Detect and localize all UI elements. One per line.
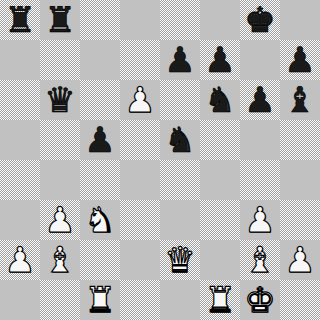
square-f4[interactable] [200, 160, 240, 200]
square-f7[interactable]: ♟ [200, 40, 240, 80]
white-bishop-b2[interactable]: ♝ [44, 240, 75, 280]
square-h8[interactable] [280, 0, 320, 40]
square-e7[interactable]: ♟ [160, 40, 200, 80]
square-c8[interactable] [80, 0, 120, 40]
chess-board: ♜♜♚♟♟♟♛♟♞♟♝♟♞♟♞♟♟♝♛♝♟♜♜♚ [0, 0, 320, 320]
square-g4[interactable] [240, 160, 280, 200]
square-e1[interactable] [160, 280, 200, 320]
square-e2[interactable]: ♛ [160, 240, 200, 280]
square-f8[interactable] [200, 0, 240, 40]
white-queen-e2[interactable]: ♛ [164, 240, 195, 280]
square-b2[interactable]: ♝ [40, 240, 80, 280]
square-f2[interactable] [200, 240, 240, 280]
white-pawn-g3[interactable]: ♟ [244, 200, 275, 240]
square-b1[interactable] [40, 280, 80, 320]
square-h4[interactable] [280, 160, 320, 200]
square-f3[interactable] [200, 200, 240, 240]
square-a4[interactable] [0, 160, 40, 200]
square-a1[interactable] [0, 280, 40, 320]
square-b5[interactable] [40, 120, 80, 160]
white-king-g1[interactable]: ♚ [244, 280, 275, 320]
square-b3[interactable]: ♟ [40, 200, 80, 240]
square-a5[interactable] [0, 120, 40, 160]
square-h1[interactable] [280, 280, 320, 320]
black-rook-b8[interactable]: ♜ [44, 0, 75, 40]
square-c6[interactable] [80, 80, 120, 120]
black-rook-a8[interactable]: ♜ [4, 0, 35, 40]
square-a7[interactable] [0, 40, 40, 80]
square-g2[interactable]: ♝ [240, 240, 280, 280]
square-g8[interactable]: ♚ [240, 0, 280, 40]
square-d6[interactable]: ♟ [120, 80, 160, 120]
black-pawn-e7[interactable]: ♟ [164, 40, 195, 80]
square-a2[interactable]: ♟ [0, 240, 40, 280]
square-d5[interactable] [120, 120, 160, 160]
square-c4[interactable] [80, 160, 120, 200]
black-pawn-h7[interactable]: ♟ [284, 40, 315, 80]
square-g6[interactable]: ♟ [240, 80, 280, 120]
black-knight-e5[interactable]: ♞ [164, 120, 195, 160]
square-g7[interactable] [240, 40, 280, 80]
square-d3[interactable] [120, 200, 160, 240]
square-f5[interactable] [200, 120, 240, 160]
square-c5[interactable]: ♟ [80, 120, 120, 160]
square-f6[interactable]: ♞ [200, 80, 240, 120]
square-e6[interactable] [160, 80, 200, 120]
square-b6[interactable]: ♛ [40, 80, 80, 120]
square-c2[interactable] [80, 240, 120, 280]
white-rook-f1[interactable]: ♜ [204, 280, 235, 320]
white-pawn-a2[interactable]: ♟ [4, 240, 35, 280]
square-a6[interactable] [0, 80, 40, 120]
square-c7[interactable] [80, 40, 120, 80]
square-a3[interactable] [0, 200, 40, 240]
square-f1[interactable]: ♜ [200, 280, 240, 320]
square-d1[interactable] [120, 280, 160, 320]
black-king-g8[interactable]: ♚ [244, 0, 275, 40]
white-knight-c3[interactable]: ♞ [84, 200, 115, 240]
black-pawn-g6[interactable]: ♟ [244, 80, 275, 120]
white-bishop-g2[interactable]: ♝ [244, 240, 275, 280]
square-e5[interactable]: ♞ [160, 120, 200, 160]
black-knight-f6[interactable]: ♞ [204, 80, 235, 120]
square-b7[interactable] [40, 40, 80, 80]
square-d8[interactable] [120, 0, 160, 40]
square-h3[interactable] [280, 200, 320, 240]
square-b8[interactable]: ♜ [40, 0, 80, 40]
black-pawn-c5[interactable]: ♟ [84, 120, 115, 160]
black-bishop-h6[interactable]: ♝ [284, 80, 315, 120]
square-g1[interactable]: ♚ [240, 280, 280, 320]
square-a8[interactable]: ♜ [0, 0, 40, 40]
square-d4[interactable] [120, 160, 160, 200]
square-e8[interactable] [160, 0, 200, 40]
white-pawn-h2[interactable]: ♟ [284, 240, 315, 280]
black-pawn-f7[interactable]: ♟ [204, 40, 235, 80]
square-h7[interactable]: ♟ [280, 40, 320, 80]
square-c3[interactable]: ♞ [80, 200, 120, 240]
square-b4[interactable] [40, 160, 80, 200]
white-pawn-d6[interactable]: ♟ [124, 80, 155, 120]
square-d7[interactable] [120, 40, 160, 80]
white-rook-c1[interactable]: ♜ [84, 280, 115, 320]
square-g5[interactable] [240, 120, 280, 160]
square-g3[interactable]: ♟ [240, 200, 280, 240]
white-pawn-b3[interactable]: ♟ [44, 200, 75, 240]
square-c1[interactable]: ♜ [80, 280, 120, 320]
black-queen-b6[interactable]: ♛ [44, 80, 75, 120]
square-e4[interactable] [160, 160, 200, 200]
square-h6[interactable]: ♝ [280, 80, 320, 120]
square-h2[interactable]: ♟ [280, 240, 320, 280]
square-d2[interactable] [120, 240, 160, 280]
square-h5[interactable] [280, 120, 320, 160]
square-e3[interactable] [160, 200, 200, 240]
